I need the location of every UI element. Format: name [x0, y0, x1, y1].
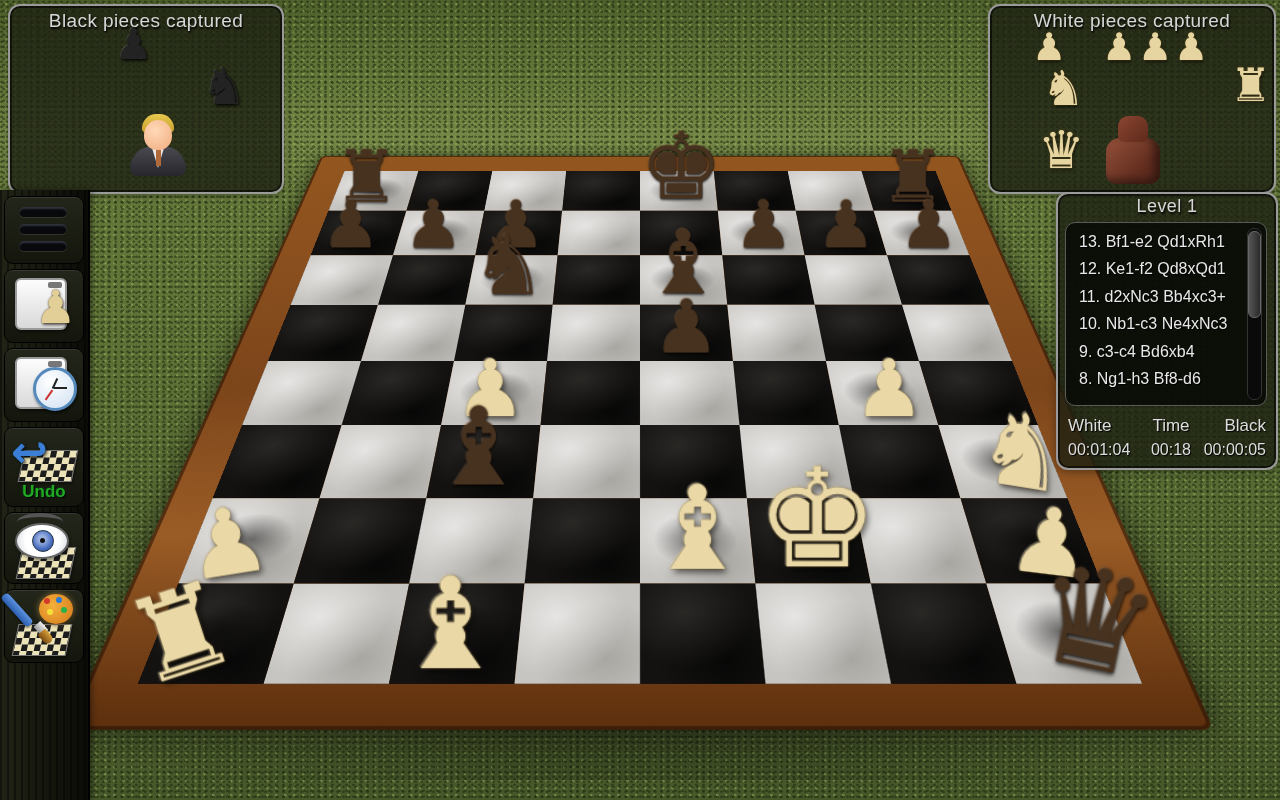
piece-black-queen-h1[interactable]: ♛ [1019, 540, 1171, 701]
square-a6[interactable] [291, 255, 393, 305]
piece-black-pawn-e5[interactable]: ♟ [640, 289, 733, 363]
piece-black-bishop-c3[interactable]: ♝ [426, 393, 533, 501]
clock-value-0: 00:01:04 [1068, 441, 1140, 459]
piece-white-pawn-g4[interactable]: ♟ [839, 349, 939, 428]
square-f1[interactable] [755, 584, 891, 684]
move-entry: 12. Ke1-f2 Qd8xQd1 [1066, 260, 1266, 278]
square-g7[interactable]: ♟ [796, 211, 887, 255]
move-entry: 9. c3-c4 Bd6xb4 [1066, 343, 1266, 361]
piece-black-pawn-h7[interactable]: ♟ [888, 191, 971, 257]
piece-black-knight-c6[interactable]: ♞ [465, 224, 553, 307]
square-c6[interactable]: ♞ [465, 255, 557, 305]
captured-white-pawn: ♟ [1174, 28, 1208, 66]
square-f2[interactable]: ♚ [747, 498, 871, 583]
square-e4[interactable] [640, 361, 739, 425]
captured-black-pawn: ♟ [115, 24, 153, 66]
clock-header-1: Time [1140, 416, 1202, 436]
captured-black-knight: ♞ [202, 62, 247, 112]
clock-header-2: Black [1202, 416, 1266, 436]
palette-icon [39, 594, 73, 624]
square-d4[interactable] [541, 361, 640, 425]
square-g6[interactable] [805, 255, 902, 305]
paint-dot [56, 597, 62, 603]
square-d5[interactable] [547, 305, 640, 361]
piece-black-king-e8[interactable]: ♚ [640, 120, 718, 212]
human-player-avatar [130, 114, 186, 176]
square-c3[interactable]: ♝ [426, 425, 540, 498]
menu-button[interactable] [4, 196, 84, 264]
menu-icon [19, 241, 67, 251]
square-d1[interactable] [514, 584, 640, 684]
clock-hand [45, 390, 54, 401]
menu-icon [19, 207, 67, 217]
clock-hand [54, 387, 67, 389]
game-screen: ♜♚♜♟♟♟♟♟♟♞♝♟♟♟♝♞♟♝♚♟♜♝♛ Black pieces cap… [0, 0, 1280, 800]
cpu-avatar-body [1106, 138, 1160, 184]
scrollbar-thumb[interactable] [1248, 231, 1261, 318]
brush-handle-icon [0, 592, 33, 628]
square-d2[interactable] [525, 498, 640, 583]
undo-label: Undo [5, 482, 83, 502]
square-h7[interactable]: ♟ [874, 211, 970, 255]
move-list[interactable]: 13. Bf1-e2 Qd1xRh112. Ke1-f2 Qd8xQd111. … [1065, 222, 1267, 406]
computer-opponent-avatar [1104, 116, 1162, 186]
menu-icon [19, 224, 67, 234]
move-lines: 13. Bf1-e2 Qd1xRh112. Ke1-f2 Qd8xQd111. … [1066, 233, 1266, 389]
square-g4[interactable]: ♟ [826, 361, 938, 425]
clock-headers: WhiteTimeBlack [1068, 416, 1266, 436]
chess-board[interactable]: ♜♚♜♟♟♟♟♟♟♞♝♟♟♟♝♞♟♝♚♟♜♝♛ [138, 171, 1142, 684]
captured-white-pawn: ♟ [1102, 28, 1136, 66]
captured-white-pawn: ♟ [1138, 28, 1172, 66]
paint-dot [61, 607, 67, 613]
new-game-button[interactable]: ♟ [4, 269, 84, 343]
square-f6[interactable] [722, 255, 814, 305]
piece-white-bishop-c1[interactable]: ♝ [388, 561, 514, 688]
undo-button[interactable]: ↩ Undo [4, 427, 84, 507]
piece-black-pawn-f7[interactable]: ♟ [723, 191, 806, 257]
square-a4[interactable] [242, 361, 361, 425]
captured-white-queen: ♛ [1038, 124, 1085, 176]
square-f4[interactable] [733, 361, 839, 425]
chess-board-frame: ♜♚♜♟♟♟♟♟♟♞♝♟♟♟♝♞♟♝♚♟♜♝♛ [66, 156, 1214, 730]
square-c1[interactable]: ♝ [389, 584, 525, 684]
clock-settings-button[interactable] [4, 348, 84, 422]
clock-header-0: White [1068, 416, 1140, 436]
square-e1[interactable] [640, 584, 766, 684]
cpu-avatar-head [1118, 116, 1148, 142]
move-entry: 11. d2xNc3 Bb4xc3+ [1066, 288, 1266, 306]
piece-white-bishop-e2[interactable]: ♝ [640, 470, 756, 587]
theme-paint-button[interactable] [4, 589, 84, 663]
piece-black-pawn-g7[interactable]: ♟ [805, 191, 888, 257]
clock-value-2: 00:00:05 [1202, 441, 1266, 459]
piece-white-king-f2[interactable]: ♚ [756, 451, 872, 588]
square-b6[interactable] [378, 255, 475, 305]
piece-black-pawn-b7[interactable]: ♟ [392, 191, 475, 257]
square-a5[interactable] [268, 305, 378, 361]
move-list-scrollbar[interactable] [1247, 228, 1262, 400]
captured-white-rook: ♜ [1230, 62, 1271, 108]
square-f5[interactable] [727, 305, 826, 361]
square-e8[interactable]: ♚ [640, 171, 718, 211]
move-history-panel: Level 1 13. Bf1-e2 Qd1xRh112. Ke1-f2 Qd8… [1056, 192, 1278, 470]
view-board-button[interactable] [4, 512, 84, 584]
eye-pupil [40, 538, 45, 543]
square-d6[interactable] [553, 255, 640, 305]
paint-dot [47, 609, 53, 615]
move-entry: 13. Bf1-e2 Qd1xRh1 [1066, 233, 1266, 251]
square-f7[interactable]: ♟ [718, 211, 805, 255]
pawn-icon: ♟ [35, 284, 76, 330]
move-entry: 8. Ng1-h3 Bf8-d6 [1066, 370, 1266, 388]
clock-values: 00:01:0400:1800:00:05 [1068, 441, 1266, 459]
eye-icon [15, 523, 69, 559]
piece-black-pawn-a7[interactable]: ♟ [310, 191, 393, 257]
avatar-tie [156, 150, 161, 166]
square-d3[interactable] [533, 425, 640, 498]
clock-value-1: 00:18 [1140, 441, 1202, 459]
square-b3[interactable] [319, 425, 441, 498]
square-d7[interactable] [558, 211, 640, 255]
clock-icon [33, 367, 77, 411]
undo-arrow-icon: ↩ [11, 430, 48, 474]
level-title: Level 1 [1058, 196, 1276, 217]
square-d8[interactable] [562, 171, 640, 211]
square-e5[interactable]: ♟ [640, 305, 733, 361]
black-captured-panel: Black pieces captured ♟♞ [8, 4, 284, 194]
avatar-face [144, 120, 172, 150]
square-e2[interactable]: ♝ [640, 498, 755, 583]
toolbar-sidebar: ♟ ↩ Undo [0, 190, 90, 800]
captured-white-knight: ♞ [1042, 64, 1085, 112]
move-entry: 10. Nb1-c3 Ne4xNc3 [1066, 315, 1266, 333]
eye-iris [32, 530, 54, 552]
square-h6[interactable] [887, 255, 989, 305]
paint-dot [44, 598, 50, 604]
